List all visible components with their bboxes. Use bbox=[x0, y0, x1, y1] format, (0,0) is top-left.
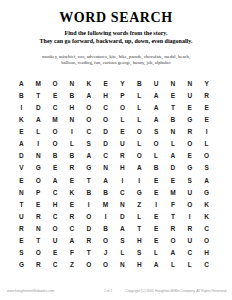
grid-cell: D bbox=[13, 150, 30, 162]
grid-cell: C bbox=[64, 223, 81, 235]
grid-cell: R bbox=[114, 150, 131, 162]
grid-cell: L bbox=[114, 247, 131, 259]
grid-cell: A bbox=[80, 150, 97, 162]
grid-cell: L bbox=[131, 138, 148, 150]
grid-cell: C bbox=[198, 223, 215, 235]
grid-cell: E bbox=[165, 89, 182, 101]
letter-grid: AMONKEYBUNNYBTEBAHPLAEURIDCHOCOLATEEKAMN… bbox=[13, 77, 215, 271]
grid-cell: E bbox=[165, 174, 182, 186]
grid-cell: A bbox=[148, 259, 165, 271]
grid-cell: H bbox=[114, 162, 131, 174]
grid-cell: U bbox=[181, 235, 198, 247]
grid-cell: C bbox=[181, 247, 198, 259]
grid-cell: S bbox=[13, 247, 30, 259]
grid-cell: C bbox=[97, 150, 114, 162]
grid-cell: M bbox=[97, 198, 114, 210]
grid-cell: R bbox=[30, 259, 47, 271]
grid-cell: U bbox=[114, 138, 131, 150]
grid-cell: B bbox=[97, 223, 114, 235]
grid-cell: E bbox=[148, 223, 165, 235]
grid-cell: A bbox=[165, 150, 182, 162]
grid-cell: R bbox=[80, 235, 97, 247]
grid-cell: C bbox=[114, 186, 131, 198]
grid-cell: O bbox=[181, 138, 198, 150]
grid-cell: O bbox=[131, 150, 148, 162]
grid-cell: R bbox=[13, 223, 30, 235]
grid-cell: E bbox=[181, 101, 198, 113]
grid-cell: L bbox=[148, 150, 165, 162]
grid-cell: R bbox=[64, 162, 81, 174]
grid-cell: L bbox=[131, 89, 148, 101]
grid-cell: E bbox=[148, 210, 165, 222]
grid-cell: T bbox=[80, 247, 97, 259]
grid-cell: T bbox=[165, 210, 182, 222]
grid-cell: N bbox=[181, 77, 198, 89]
grid-cell: N bbox=[165, 126, 182, 138]
grid-cell: F bbox=[64, 247, 81, 259]
grid-cell: I bbox=[198, 126, 215, 138]
grid-cell: O bbox=[47, 138, 64, 150]
grid-cell: E bbox=[30, 198, 47, 210]
grid-cell: B bbox=[80, 186, 97, 198]
grid-cell: Z bbox=[64, 259, 81, 271]
grid-cell: Y bbox=[198, 77, 215, 89]
grid-cell: O bbox=[47, 223, 64, 235]
grid-cell: C bbox=[80, 126, 97, 138]
grid-cell: L bbox=[64, 138, 81, 150]
grid-cell: R bbox=[198, 89, 215, 101]
grid-cell: B bbox=[47, 150, 64, 162]
grid-cell: S bbox=[148, 126, 165, 138]
grid-cell: N bbox=[30, 150, 47, 162]
grid-cell: T bbox=[80, 174, 97, 186]
grid-cell: L bbox=[148, 247, 165, 259]
grid-cell: U bbox=[13, 210, 30, 222]
grid-cell: I bbox=[131, 174, 148, 186]
grid-cell: N bbox=[114, 259, 131, 271]
grid-cell: E bbox=[47, 89, 64, 101]
grid-cell: D bbox=[165, 162, 182, 174]
grid-cell: A bbox=[13, 77, 30, 89]
grid-cell: B bbox=[13, 89, 30, 101]
grid-cell: O bbox=[47, 77, 64, 89]
grid-cell: N bbox=[97, 162, 114, 174]
grid-cell: K bbox=[13, 113, 30, 125]
grid-cell: L bbox=[131, 113, 148, 125]
grid-cell: L bbox=[165, 259, 182, 271]
grid-cell: A bbox=[47, 174, 64, 186]
instructions-line1: Find the following words from the story. bbox=[0, 30, 232, 38]
grid-cell: T bbox=[13, 198, 30, 210]
grid-cell: H bbox=[131, 235, 148, 247]
grid-cell: J bbox=[97, 247, 114, 259]
grid-cell: O bbox=[30, 247, 47, 259]
grid-cell: G bbox=[198, 186, 215, 198]
grid-cell: E bbox=[47, 162, 64, 174]
grid-cell: U bbox=[47, 235, 64, 247]
grid-cell: I bbox=[148, 198, 165, 210]
grid-cell: K bbox=[64, 186, 81, 198]
grid-cell: L bbox=[114, 113, 131, 125]
grid-cell: V bbox=[13, 162, 30, 174]
grid-cell: I bbox=[30, 138, 47, 150]
grid-cell: G bbox=[181, 162, 198, 174]
grid-cell: U bbox=[148, 77, 165, 89]
grid-cell: E bbox=[148, 235, 165, 247]
grid-cell: I bbox=[64, 126, 81, 138]
instructions: Find the following words from the story.… bbox=[0, 30, 232, 45]
grid-cell: B bbox=[165, 113, 182, 125]
grid-cell: H bbox=[97, 89, 114, 101]
grid-cell: O bbox=[198, 235, 215, 247]
grid-cell: A bbox=[148, 113, 165, 125]
footer-page-number: 1 of 1 bbox=[104, 289, 112, 293]
grid-cell: D bbox=[80, 223, 97, 235]
grid-cell: K bbox=[198, 210, 215, 222]
grid-cell: S bbox=[131, 247, 148, 259]
grid-cell: H bbox=[131, 259, 148, 271]
grid-cell: T bbox=[165, 101, 182, 113]
grid-cell: H bbox=[64, 101, 81, 113]
grid-cell: B bbox=[148, 162, 165, 174]
grid-cell: H bbox=[198, 247, 215, 259]
grid-cell: E bbox=[114, 126, 131, 138]
grid-cell: O bbox=[165, 235, 182, 247]
page-footer: www.houghtonmifflinbooks.com 1 of 1 Copy… bbox=[7, 289, 227, 293]
grid-cell: L bbox=[181, 259, 198, 271]
grid-cell: O bbox=[181, 198, 198, 210]
grid-cell: A bbox=[114, 223, 131, 235]
instructions-line2: They can go forward, backward, up, down,… bbox=[0, 38, 232, 46]
grid-cell: G bbox=[181, 113, 198, 125]
grid-cell: A bbox=[198, 174, 215, 186]
grid-cell: E bbox=[181, 150, 198, 162]
grid-cell: I bbox=[13, 101, 30, 113]
grid-cell: A bbox=[64, 235, 81, 247]
grid-cell: R bbox=[30, 210, 47, 222]
word-list-line2: balloon, reading, fun, curious george, b… bbox=[10, 60, 222, 66]
grid-cell: O bbox=[80, 113, 97, 125]
grid-cell: E bbox=[47, 247, 64, 259]
grid-cell: G bbox=[131, 186, 148, 198]
grid-cell: U bbox=[181, 186, 198, 198]
grid-cell: D bbox=[97, 126, 114, 138]
grid-cell: B bbox=[64, 89, 81, 101]
grid-cell: U bbox=[181, 89, 198, 101]
grid-cell: K bbox=[198, 198, 215, 210]
grid-cell: N bbox=[30, 223, 47, 235]
grid-cell: O bbox=[131, 126, 148, 138]
grid-cell: P bbox=[114, 89, 131, 101]
grid-cell: K bbox=[80, 77, 97, 89]
grid-cell: A bbox=[131, 162, 148, 174]
grid-cell: I bbox=[114, 174, 131, 186]
grid-cell: C bbox=[47, 210, 64, 222]
worksheet-page: WORD SEARCH Find the following words fro… bbox=[0, 0, 232, 300]
grid-cell: T bbox=[131, 223, 148, 235]
grid-cell: A bbox=[148, 89, 165, 101]
grid-cell: M bbox=[165, 186, 182, 198]
grid-cell: P bbox=[30, 186, 47, 198]
grid-cell: C bbox=[47, 259, 64, 271]
grid-cell: D bbox=[114, 210, 131, 222]
grid-cell: I bbox=[97, 210, 114, 222]
grid-cell: D bbox=[30, 101, 47, 113]
grid-cell: O bbox=[80, 259, 97, 271]
grid-cell: E bbox=[64, 174, 81, 186]
grid-cell: O bbox=[97, 259, 114, 271]
grid-cell: L bbox=[131, 101, 148, 113]
grid-cell: O bbox=[47, 126, 64, 138]
grid-cell: G bbox=[30, 162, 47, 174]
footer-url: www.houghtonmifflinbooks.com bbox=[7, 289, 104, 293]
grid-cell: A bbox=[165, 247, 182, 259]
grid-cell: N bbox=[13, 186, 30, 198]
grid-cell: A bbox=[80, 89, 97, 101]
grid-cell: N bbox=[114, 198, 131, 210]
grid-cell: M bbox=[30, 77, 47, 89]
grid-cell: O bbox=[97, 235, 114, 247]
grid-cell: S bbox=[80, 138, 97, 150]
grid-cell: Y bbox=[114, 77, 131, 89]
grid-cell: E bbox=[13, 174, 30, 186]
grid-cell: E bbox=[198, 113, 215, 125]
grid-cell: O bbox=[30, 174, 47, 186]
grid-cell: A bbox=[148, 101, 165, 113]
grid-cell: L bbox=[198, 138, 215, 150]
grid-cell: O bbox=[148, 138, 165, 150]
grid-cell: B bbox=[64, 150, 81, 162]
grid-cell: O bbox=[80, 101, 97, 113]
grid-cell: O bbox=[198, 150, 215, 162]
grid-cell: E bbox=[148, 174, 165, 186]
grid-cell: E bbox=[97, 77, 114, 89]
grid-cell: C bbox=[97, 101, 114, 113]
grid-cell: B bbox=[97, 186, 114, 198]
grid-cell: R bbox=[64, 210, 81, 222]
word-list: monkey, mischief, zoo, adventures, kite,… bbox=[10, 54, 222, 66]
grid-cell: S bbox=[181, 174, 198, 186]
grid-cell: N bbox=[64, 113, 81, 125]
grid-cell: Z bbox=[131, 198, 148, 210]
grid-cell: I bbox=[181, 210, 198, 222]
grid-cell: C bbox=[198, 259, 215, 271]
grid-cell: R bbox=[181, 223, 198, 235]
grid-cell: B bbox=[131, 77, 148, 89]
grid-cell: O bbox=[80, 210, 97, 222]
footer-copyright: Copyright (C) 2001 Houghton Mifflin Comp… bbox=[125, 289, 227, 293]
grid-cell: L bbox=[131, 210, 148, 222]
grid-cell: N bbox=[165, 77, 182, 89]
grid-cell: R bbox=[165, 223, 182, 235]
grid-cell: N bbox=[64, 77, 81, 89]
grid-cell: C bbox=[47, 101, 64, 113]
grid-cell: C bbox=[47, 186, 64, 198]
page-title: WORD SEARCH bbox=[0, 10, 232, 26]
grid-cell: R bbox=[181, 126, 198, 138]
grid-cell: M bbox=[47, 113, 64, 125]
grid-cell: S bbox=[198, 162, 215, 174]
grid-cell: O bbox=[114, 101, 131, 113]
grid-cell: E bbox=[64, 198, 81, 210]
grid-cell: H bbox=[47, 198, 64, 210]
grid-cell: S bbox=[114, 235, 131, 247]
grid-cell: G bbox=[80, 162, 97, 174]
grid-cell: E bbox=[13, 126, 30, 138]
grid-cell: O bbox=[97, 113, 114, 125]
grid-cell: L bbox=[165, 138, 182, 150]
grid-cell: E bbox=[198, 101, 215, 113]
grid-cell: G bbox=[13, 259, 30, 271]
grid-cell: A bbox=[30, 113, 47, 125]
grid-cell: A bbox=[13, 138, 30, 150]
grid-cell: E bbox=[13, 235, 30, 247]
grid-cell: I bbox=[80, 198, 97, 210]
grid-cell: T bbox=[30, 235, 47, 247]
grid-cell: E bbox=[148, 186, 165, 198]
grid-cell: D bbox=[97, 138, 114, 150]
grid-cell: A bbox=[97, 174, 114, 186]
grid-cell: F bbox=[165, 198, 182, 210]
grid-cell: L bbox=[30, 126, 47, 138]
grid-cell: T bbox=[30, 89, 47, 101]
